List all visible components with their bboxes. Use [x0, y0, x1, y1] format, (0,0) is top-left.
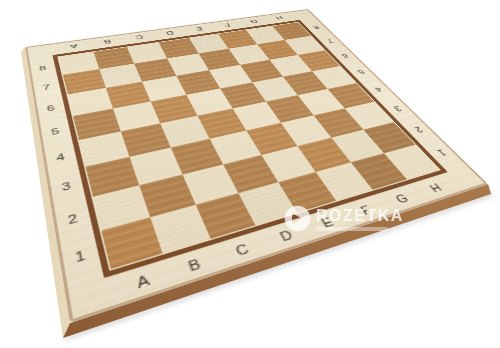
photo-canvas: ABCDEFGH ABCDEFGH 87654321 87654321 ROZE…: [0, 0, 500, 348]
rozetka-logo-icon: [284, 205, 311, 232]
watermark: ROZETKA: [284, 205, 404, 232]
watermark-tagline-bar: [316, 227, 388, 231]
watermark-text: ROZETKA: [316, 207, 404, 225]
